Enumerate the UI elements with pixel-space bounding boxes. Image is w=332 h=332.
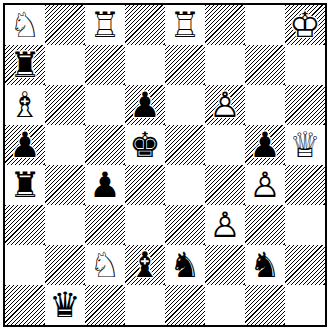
square-b5[interactable] [45,125,85,165]
square-d7[interactable] [125,45,165,85]
piece-black-pawn-c4[interactable]: ♟♟ [85,165,125,205]
square-c2[interactable]: ♞♘ [85,245,125,285]
square-e3[interactable] [165,205,205,245]
white-pawn-icon: ♙ [205,205,245,245]
square-f1[interactable] [205,285,245,325]
piece-white-queen-h5[interactable]: ♛♕ [285,125,325,165]
piece-black-rook-a4[interactable]: ♜♜ [5,165,45,205]
square-d6[interactable]: ♟♟ [125,85,165,125]
square-a6[interactable]: ♝♗ [5,85,45,125]
square-g5[interactable]: ♟♟ [245,125,285,165]
square-b1[interactable]: ♛♛ [45,285,85,325]
white-rook-icon: ♖ [85,5,125,45]
black-pawn-icon: ♟ [125,85,165,125]
square-d5[interactable]: ♚♚ [125,125,165,165]
square-h1[interactable] [285,285,325,325]
square-e5[interactable] [165,125,205,165]
white-queen-icon: ♕ [285,125,325,165]
square-b4[interactable] [45,165,85,205]
piece-black-king-d5[interactable]: ♚♚ [125,125,165,165]
piece-black-knight-g2[interactable]: ♞♞ [245,245,285,285]
piece-white-pawn-g4[interactable]: ♟♙ [245,165,285,205]
square-d4[interactable] [125,165,165,205]
piece-black-rook-a7[interactable]: ♜♜ [5,45,45,85]
piece-white-rook-c8[interactable]: ♜♖ [85,5,125,45]
square-e1[interactable] [165,285,205,325]
piece-white-pawn-f3[interactable]: ♟♙ [205,205,245,245]
square-g6[interactable] [245,85,285,125]
square-a2[interactable] [5,245,45,285]
piece-white-pawn-f6[interactable]: ♟♙ [205,85,245,125]
black-pawn-icon: ♟ [5,125,45,165]
square-e7[interactable] [165,45,205,85]
square-d2[interactable]: ♝♝ [125,245,165,285]
square-f2[interactable] [205,245,245,285]
chess-diagram: ♞♘♜♖♜♖♚♔♜♜♝♗♟♟♟♙♟♟♚♚♟♟♛♕♜♜♟♟♟♙♟♙♞♘♝♝♞♞♞♞… [0,0,332,332]
square-c5[interactable] [85,125,125,165]
white-bishop-icon: ♗ [5,85,45,125]
piece-black-queen-b1[interactable]: ♛♛ [45,285,85,325]
square-d1[interactable] [125,285,165,325]
square-e2[interactable]: ♞♞ [165,245,205,285]
black-bishop-icon: ♝ [125,245,165,285]
square-a1[interactable] [5,285,45,325]
piece-black-knight-e2[interactable]: ♞♞ [165,245,205,285]
square-h6[interactable] [285,85,325,125]
square-c4[interactable]: ♟♟ [85,165,125,205]
white-knight-icon: ♘ [85,245,125,285]
white-pawn-icon: ♙ [245,165,285,205]
piece-white-knight-a8[interactable]: ♞♘ [5,5,45,45]
square-h3[interactable] [285,205,325,245]
piece-white-king-h8[interactable]: ♚♔ [285,5,325,45]
white-knight-icon: ♘ [5,5,45,45]
piece-black-pawn-g5[interactable]: ♟♟ [245,125,285,165]
square-g1[interactable] [245,285,285,325]
black-rook-icon: ♜ [5,165,45,205]
black-pawn-icon: ♟ [85,165,125,205]
square-c3[interactable] [85,205,125,245]
square-d3[interactable] [125,205,165,245]
white-pawn-icon: ♙ [205,85,245,125]
black-queen-icon: ♛ [45,285,85,325]
square-a4[interactable]: ♜♜ [5,165,45,205]
square-g4[interactable]: ♟♙ [245,165,285,205]
piece-black-pawn-a5[interactable]: ♟♟ [5,125,45,165]
chess-board: ♞♘♜♖♜♖♚♔♜♜♝♗♟♟♟♙♟♟♚♚♟♟♛♕♜♜♟♟♟♙♟♙♞♘♝♝♞♞♞♞… [3,3,327,327]
square-c1[interactable] [85,285,125,325]
square-g7[interactable] [245,45,285,85]
square-e4[interactable] [165,165,205,205]
square-h2[interactable] [285,245,325,285]
square-h5[interactable]: ♛♕ [285,125,325,165]
piece-black-pawn-d6[interactable]: ♟♟ [125,85,165,125]
square-g3[interactable] [245,205,285,245]
square-b7[interactable] [45,45,85,85]
square-b8[interactable] [45,5,85,45]
square-c8[interactable]: ♜♖ [85,5,125,45]
square-h7[interactable] [285,45,325,85]
square-f8[interactable] [205,5,245,45]
white-king-icon: ♔ [285,5,325,45]
square-f3[interactable]: ♟♙ [205,205,245,245]
square-a8[interactable]: ♞♘ [5,5,45,45]
square-b3[interactable] [45,205,85,245]
black-knight-icon: ♞ [165,245,205,285]
square-g8[interactable] [245,5,285,45]
black-rook-icon: ♜ [5,45,45,85]
square-a3[interactable] [5,205,45,245]
piece-white-knight-c2[interactable]: ♞♘ [85,245,125,285]
square-f7[interactable] [205,45,245,85]
square-e8[interactable]: ♜♖ [165,5,205,45]
square-f4[interactable] [205,165,245,205]
piece-black-bishop-d2[interactable]: ♝♝ [125,245,165,285]
square-a5[interactable]: ♟♟ [5,125,45,165]
piece-white-rook-e8[interactable]: ♜♖ [165,5,205,45]
black-knight-icon: ♞ [245,245,285,285]
white-rook-icon: ♖ [165,5,205,45]
square-e6[interactable] [165,85,205,125]
square-h8[interactable]: ♚♔ [285,5,325,45]
square-c6[interactable] [85,85,125,125]
black-king-icon: ♚ [125,125,165,165]
piece-white-bishop-a6[interactable]: ♝♗ [5,85,45,125]
square-d8[interactable] [125,5,165,45]
square-f5[interactable] [205,125,245,165]
square-g2[interactable]: ♞♞ [245,245,285,285]
square-b2[interactable] [45,245,85,285]
square-c7[interactable] [85,45,125,85]
square-b6[interactable] [45,85,85,125]
square-f6[interactable]: ♟♙ [205,85,245,125]
square-a7[interactable]: ♜♜ [5,45,45,85]
square-h4[interactable] [285,165,325,205]
black-pawn-icon: ♟ [245,125,285,165]
